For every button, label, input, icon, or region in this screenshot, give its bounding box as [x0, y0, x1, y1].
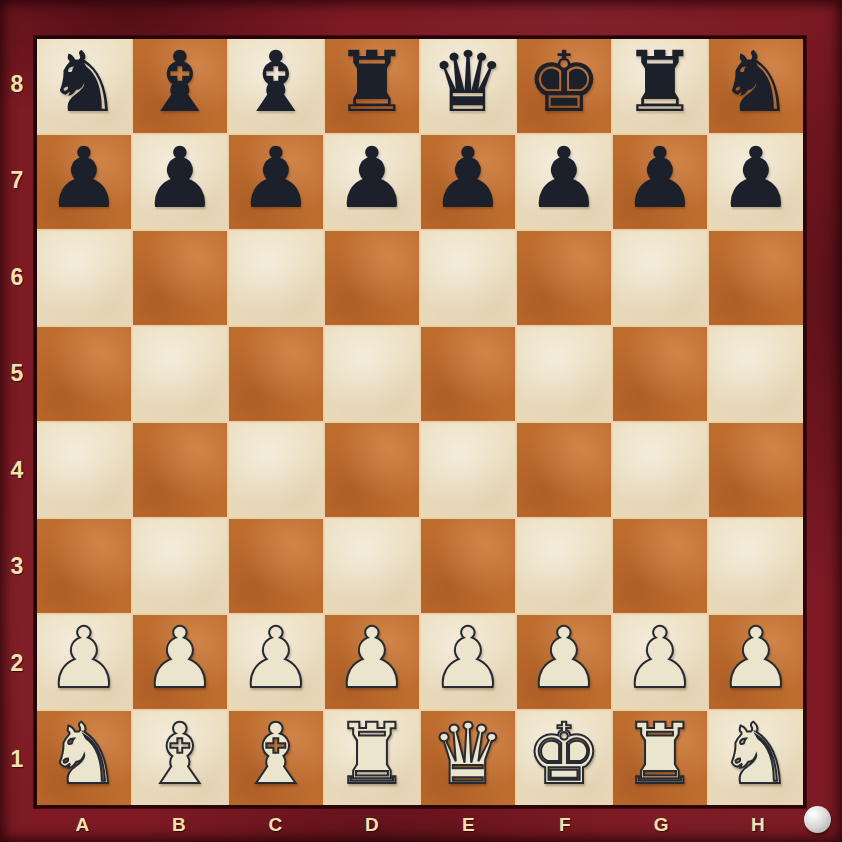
square-g4[interactable] — [613, 423, 707, 517]
piece-black-rook[interactable]: ♜ — [622, 40, 697, 124]
piece-white-queen[interactable]: ♛ — [430, 712, 505, 796]
square-b8[interactable]: ♝ — [133, 39, 227, 133]
square-h6[interactable] — [709, 231, 803, 325]
square-b7[interactable]: ♟ — [133, 135, 227, 229]
square-g7[interactable]: ♟ — [613, 135, 707, 229]
square-e7[interactable]: ♟ — [421, 135, 515, 229]
rank-label-1: 1 — [0, 712, 34, 809]
piece-black-bishop[interactable]: ♝ — [142, 40, 217, 124]
square-e3[interactable] — [421, 519, 515, 613]
file-label-g: G — [613, 808, 710, 842]
square-h5[interactable] — [709, 327, 803, 421]
file-label-a: A — [34, 808, 131, 842]
piece-black-pawn[interactable]: ♟ — [430, 136, 505, 220]
piece-white-pawn[interactable]: ♟ — [718, 616, 793, 700]
piece-white-knight[interactable]: ♞ — [718, 712, 793, 796]
rank-label-8: 8 — [0, 36, 34, 133]
square-b4[interactable] — [133, 423, 227, 517]
board-outline: ♞♝♝♜♛♚♜♞♟♟♟♟♟♟♟♟♟♟♟♟♟♟♟♟♞♝♝♜♛♚♜♞ — [34, 36, 806, 808]
piece-white-king[interactable]: ♚ — [526, 712, 601, 796]
piece-black-bishop[interactable]: ♝ — [238, 40, 313, 124]
square-h8[interactable]: ♞ — [709, 39, 803, 133]
file-label-e: E — [420, 808, 517, 842]
square-g1[interactable]: ♜ — [613, 711, 707, 805]
square-a1[interactable]: ♞ — [37, 711, 131, 805]
piece-white-pawn[interactable]: ♟ — [334, 616, 409, 700]
square-c1[interactable]: ♝ — [229, 711, 323, 805]
square-a8[interactable]: ♞ — [37, 39, 131, 133]
square-h1[interactable]: ♞ — [709, 711, 803, 805]
square-f8[interactable]: ♚ — [517, 39, 611, 133]
piece-white-pawn[interactable]: ♟ — [430, 616, 505, 700]
board-frame: 87654321 ABCDEFGH ♞♝♝♜♛♚♜♞♟♟♟♟♟♟♟♟♟♟♟♟♟♟… — [0, 0, 842, 842]
piece-black-rook[interactable]: ♜ — [334, 40, 409, 124]
piece-white-rook[interactable]: ♜ — [622, 712, 697, 796]
square-e8[interactable]: ♛ — [421, 39, 515, 133]
square-g8[interactable]: ♜ — [613, 39, 707, 133]
square-d8[interactable]: ♜ — [325, 39, 419, 133]
square-c3[interactable] — [229, 519, 323, 613]
square-g6[interactable] — [613, 231, 707, 325]
white-to-move-indicator — [804, 806, 831, 833]
square-h7[interactable]: ♟ — [709, 135, 803, 229]
square-g3[interactable] — [613, 519, 707, 613]
square-b3[interactable] — [133, 519, 227, 613]
square-f3[interactable] — [517, 519, 611, 613]
piece-black-knight[interactable]: ♞ — [46, 40, 121, 124]
rank-label-4: 4 — [0, 422, 34, 519]
piece-white-rook[interactable]: ♜ — [334, 712, 409, 796]
square-g2[interactable]: ♟ — [613, 615, 707, 709]
square-a3[interactable] — [37, 519, 131, 613]
piece-white-knight[interactable]: ♞ — [46, 712, 121, 796]
piece-black-king[interactable]: ♚ — [526, 40, 601, 124]
square-f5[interactable] — [517, 327, 611, 421]
square-a2[interactable]: ♟ — [37, 615, 131, 709]
piece-white-bishop[interactable]: ♝ — [142, 712, 217, 796]
square-e6[interactable] — [421, 231, 515, 325]
square-c2[interactable]: ♟ — [229, 615, 323, 709]
file-label-c: C — [227, 808, 324, 842]
board: ♞♝♝♜♛♚♜♞♟♟♟♟♟♟♟♟♟♟♟♟♟♟♟♟♞♝♝♜♛♚♜♞ — [37, 39, 803, 805]
square-g5[interactable] — [613, 327, 707, 421]
square-e4[interactable] — [421, 423, 515, 517]
square-d3[interactable] — [325, 519, 419, 613]
piece-black-queen[interactable]: ♛ — [430, 40, 505, 124]
piece-white-pawn[interactable]: ♟ — [238, 616, 313, 700]
square-d7[interactable]: ♟ — [325, 135, 419, 229]
piece-black-pawn[interactable]: ♟ — [46, 136, 121, 220]
square-d6[interactable] — [325, 231, 419, 325]
piece-black-pawn[interactable]: ♟ — [142, 136, 217, 220]
piece-white-pawn[interactable]: ♟ — [622, 616, 697, 700]
square-f2[interactable]: ♟ — [517, 615, 611, 709]
rank-label-5: 5 — [0, 326, 34, 423]
square-d2[interactable]: ♟ — [325, 615, 419, 709]
square-f7[interactable]: ♟ — [517, 135, 611, 229]
square-d5[interactable] — [325, 327, 419, 421]
piece-black-pawn[interactable]: ♟ — [622, 136, 697, 220]
square-c4[interactable] — [229, 423, 323, 517]
square-e5[interactable] — [421, 327, 515, 421]
piece-black-pawn[interactable]: ♟ — [238, 136, 313, 220]
file-label-f: F — [517, 808, 614, 842]
file-label-d: D — [324, 808, 421, 842]
square-f1[interactable]: ♚ — [517, 711, 611, 805]
square-d4[interactable] — [325, 423, 419, 517]
square-e1[interactable]: ♛ — [421, 711, 515, 805]
rank-label-3: 3 — [0, 519, 34, 616]
file-label-b: B — [131, 808, 228, 842]
square-c7[interactable]: ♟ — [229, 135, 323, 229]
square-b2[interactable]: ♟ — [133, 615, 227, 709]
piece-black-pawn[interactable]: ♟ — [334, 136, 409, 220]
square-h4[interactable] — [709, 423, 803, 517]
square-f4[interactable] — [517, 423, 611, 517]
square-b6[interactable] — [133, 231, 227, 325]
piece-white-pawn[interactable]: ♟ — [46, 616, 121, 700]
square-c8[interactable]: ♝ — [229, 39, 323, 133]
square-a6[interactable] — [37, 231, 131, 325]
square-a5[interactable] — [37, 327, 131, 421]
file-label-h: H — [710, 808, 807, 842]
square-c6[interactable] — [229, 231, 323, 325]
square-h3[interactable] — [709, 519, 803, 613]
piece-white-pawn[interactable]: ♟ — [526, 616, 601, 700]
piece-black-knight[interactable]: ♞ — [718, 40, 793, 124]
square-a4[interactable] — [37, 423, 131, 517]
file-labels: ABCDEFGH — [34, 808, 806, 842]
square-d1[interactable]: ♜ — [325, 711, 419, 805]
square-c5[interactable] — [229, 327, 323, 421]
piece-black-pawn[interactable]: ♟ — [526, 136, 601, 220]
piece-white-pawn[interactable]: ♟ — [142, 616, 217, 700]
square-a7[interactable]: ♟ — [37, 135, 131, 229]
square-b5[interactable] — [133, 327, 227, 421]
piece-white-bishop[interactable]: ♝ — [238, 712, 313, 796]
piece-black-pawn[interactable]: ♟ — [718, 136, 793, 220]
square-f6[interactable] — [517, 231, 611, 325]
square-e2[interactable]: ♟ — [421, 615, 515, 709]
square-h2[interactable]: ♟ — [709, 615, 803, 709]
rank-labels: 87654321 — [0, 36, 34, 808]
rank-label-2: 2 — [0, 615, 34, 712]
rank-label-7: 7 — [0, 133, 34, 230]
square-b1[interactable]: ♝ — [133, 711, 227, 805]
rank-label-6: 6 — [0, 229, 34, 326]
